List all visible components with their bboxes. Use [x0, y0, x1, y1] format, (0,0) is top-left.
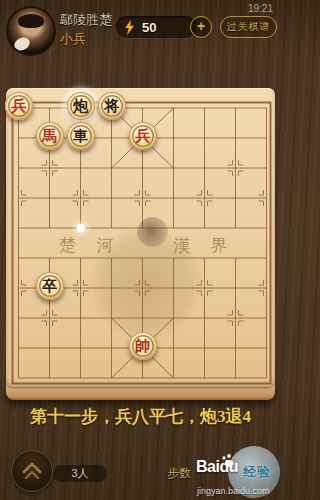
collapse-button[interactable] — [11, 450, 53, 492]
river-label-left: 楚 河 — [59, 234, 121, 257]
piece-glyph: 馬 — [42, 129, 57, 144]
piece-black-炮[interactable]: 炮 — [67, 92, 95, 120]
player-rank: 小兵 — [60, 30, 86, 48]
piece-glyph: 炮 — [73, 99, 88, 114]
players-count-pill[interactable]: 3人 — [53, 465, 107, 482]
piece-glyph: 車 — [73, 129, 88, 144]
piece-glyph: 兵 — [11, 99, 26, 114]
piece-black-卒[interactable]: 卒 — [36, 272, 64, 300]
board-face[interactable]: 楚 河 漢 界 兵炮将馬車兵卒帥 — [6, 88, 275, 387]
avatar[interactable] — [8, 8, 54, 54]
piece-glyph: 兵 — [135, 129, 150, 144]
players-count: 3人 — [53, 465, 107, 482]
piece-red-兵[interactable]: 兵 — [129, 122, 157, 150]
piece-glyph: 卒 — [42, 279, 57, 294]
player-name: 鄢陵胜楚 — [60, 11, 112, 29]
river-label-right: 漢 界 — [173, 234, 235, 257]
piece-black-車[interactable]: 車 — [67, 122, 95, 150]
chevron-up-icon — [21, 461, 43, 481]
energy-pill: 50 — [116, 16, 196, 38]
energy-value: 50 — [142, 20, 156, 35]
move-annotation: 第十一步，兵八平七，炮3退4 — [0, 405, 281, 428]
watermark-suffix: 经验 — [243, 463, 271, 481]
puzzle-book-button[interactable]: 过关棋谱 — [220, 16, 277, 38]
piece-red-馬[interactable]: 馬 — [36, 122, 64, 150]
piece-black-将[interactable]: 将 — [98, 92, 126, 120]
piece-glyph: 帥 — [135, 339, 150, 354]
add-energy-button[interactable]: + — [190, 16, 212, 38]
piece-red-兵[interactable]: 兵 — [5, 92, 33, 120]
lightning-icon — [124, 20, 135, 35]
steps-label: 步数 — [167, 465, 191, 482]
board-stamp-watermark — [137, 217, 168, 247]
move-origin-marker — [77, 224, 85, 232]
piece-glyph: 将 — [104, 99, 119, 114]
xiangqi-board[interactable]: 楚 河 漢 界 兵炮将馬車兵卒帥 — [6, 88, 275, 400]
watermark-url: jingyan.baidu.com — [197, 486, 270, 496]
paw-icon — [221, 453, 237, 469]
status-clock: 19:21 — [248, 3, 273, 14]
piece-red-帥[interactable]: 帥 — [129, 332, 157, 360]
